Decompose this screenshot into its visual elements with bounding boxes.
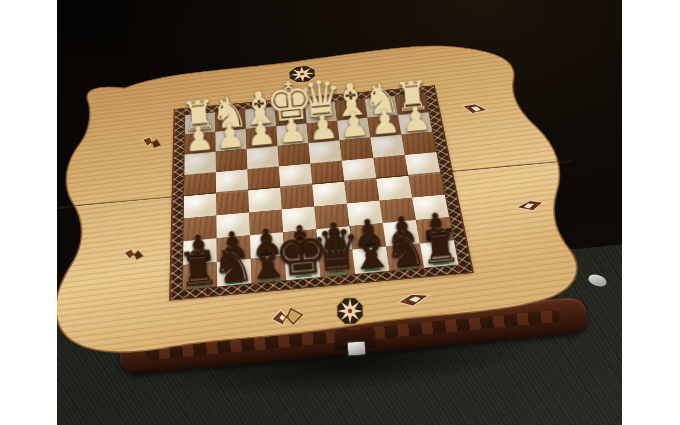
black-king-e8[interactable]: ♚ <box>271 221 331 284</box>
white-pawn-c2[interactable]: ♟ <box>337 108 370 142</box>
diamond-inlay-left-lower <box>122 244 147 265</box>
white-pawn-f2[interactable]: ♟ <box>244 116 277 150</box>
square-b2[interactable]: ♟ <box>368 115 402 137</box>
white-pawn-e2[interactable]: ♟ <box>275 114 308 148</box>
white-pawn-h2[interactable]: ♟ <box>182 122 215 156</box>
square-e8[interactable]: ♚ <box>285 253 321 281</box>
square-a2[interactable]: ♟ <box>398 112 432 134</box>
square-b8[interactable]: ♞ <box>386 243 424 270</box>
square-g8[interactable]: ♞ <box>217 259 252 287</box>
white-pawn-d2[interactable]: ♟ <box>306 111 339 145</box>
square-h2[interactable]: ♟ <box>185 132 216 155</box>
compass-star-bottom-inlay <box>330 296 370 326</box>
square-d2[interactable]: ♟ <box>307 121 340 143</box>
square-e2[interactable]: ♟ <box>276 123 308 146</box>
square-c2[interactable]: ♟ <box>337 118 370 140</box>
product-photo: ♜♞♝♚♛♝♞♜♟♟♟♟♟♟♟♟♟♟♟♟♟♟♟♟♜♞♝♚♛♝♞♜ <box>57 0 622 425</box>
square-g4[interactable] <box>216 169 248 193</box>
square-f2[interactable]: ♟ <box>246 126 278 149</box>
diamond-pair-inlay-bottom <box>269 304 306 331</box>
white-pawn-g2[interactable]: ♟ <box>213 119 246 153</box>
white-pawn-a2[interactable]: ♟ <box>399 102 432 136</box>
black-rook-h8[interactable]: ♜ <box>176 245 221 292</box>
square-g2[interactable]: ♟ <box>215 129 246 152</box>
square-a8[interactable]: ♜ <box>420 240 459 267</box>
black-rook-a8[interactable]: ♜ <box>417 223 462 270</box>
square-h8[interactable]: ♜ <box>183 262 217 290</box>
white-pawn-b2[interactable]: ♟ <box>368 105 401 139</box>
